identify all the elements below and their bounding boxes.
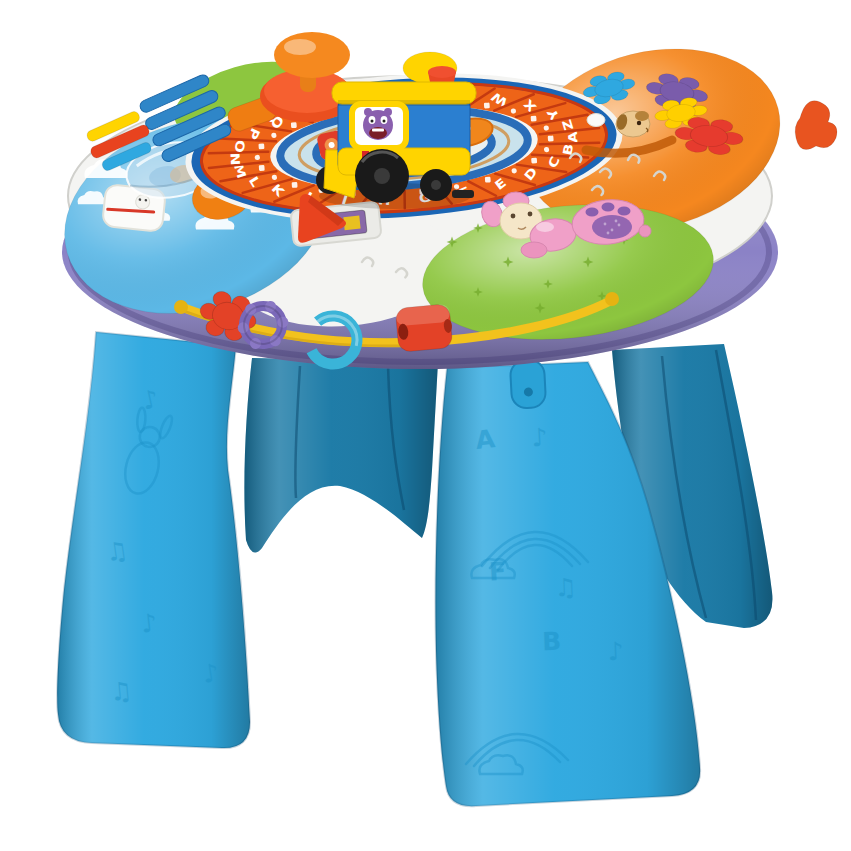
svg-text:O: O: [232, 139, 248, 154]
bead-cube-red: [395, 304, 454, 353]
dog-figure: [615, 111, 650, 137]
svg-text:♪: ♪: [140, 608, 159, 639]
svg-text:♪: ♪: [531, 423, 548, 453]
svg-text:A: A: [474, 424, 497, 455]
svg-text:N: N: [228, 152, 243, 165]
svg-text:♪: ♪: [607, 637, 624, 667]
svg-text:♫: ♫: [554, 573, 577, 603]
train-window: [352, 104, 406, 148]
activity-table-illustration: ♪♫♪♫♪ A♪F♫B♪: [0, 0, 851, 851]
front-left-leg: ♪♫♪♫♪: [57, 332, 250, 748]
leg-clip-tab: [510, 359, 546, 409]
white-ball-button: [587, 114, 605, 127]
back-left-leg: [244, 358, 438, 553]
product-photo: ♪♫♪♫♪ A♪F♫B♪: [0, 0, 851, 851]
svg-text:F: F: [488, 557, 507, 587]
svg-text:♫: ♫: [109, 676, 134, 707]
hippo-driver: [363, 108, 393, 140]
svg-text:B: B: [542, 627, 562, 657]
red-corner-piece: [795, 101, 837, 150]
svg-text:♫: ♫: [104, 536, 130, 568]
